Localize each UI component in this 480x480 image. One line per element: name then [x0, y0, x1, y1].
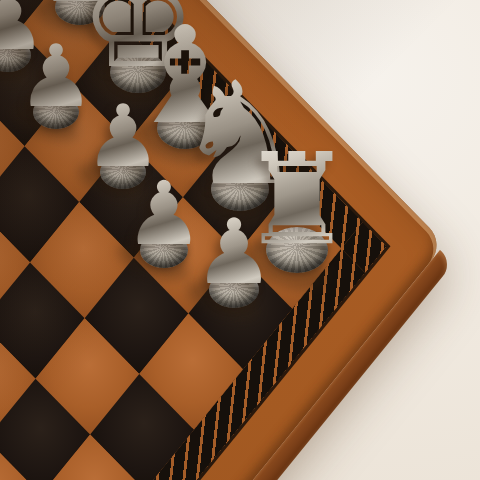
pawn-icon: ♟	[125, 170, 204, 258]
pawn-icon: ♟	[17, 33, 94, 119]
chess-photo-scene: ♛♟♚♟♝♟♞♟♜♟	[0, 0, 480, 480]
pawn-icon: ♟	[194, 207, 275, 297]
pieces-layer: ♛♟♚♟♝♟♞♟♜♟	[0, 0, 480, 480]
